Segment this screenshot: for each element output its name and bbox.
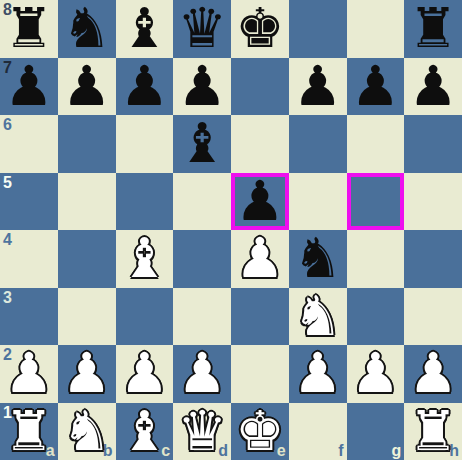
piece-black-rook[interactable]: ♜ xyxy=(4,0,53,57)
piece-black-pawn[interactable]: ♟ xyxy=(351,58,400,115)
square-h8[interactable]: ♜ xyxy=(404,0,462,58)
square-a1[interactable]: 1a♜ xyxy=(0,403,58,460)
square-h4[interactable] xyxy=(404,230,462,288)
piece-black-knight[interactable]: ♞ xyxy=(293,230,342,287)
piece-white-queen[interactable]: ♛ xyxy=(177,403,226,460)
square-e5[interactable]: ♟ xyxy=(231,173,289,231)
piece-white-pawn[interactable]: ♟ xyxy=(120,345,169,402)
piece-black-knight[interactable]: ♞ xyxy=(62,0,111,57)
square-e3[interactable] xyxy=(231,288,289,346)
chess-board: 8♜♞♝♛♚♜7♟♟♟♟♟♟♟6♝5♟4♝♟♞3♞2♟♟♟♟♟♟♟1a♜b♞c♝… xyxy=(0,0,462,460)
square-g4[interactable] xyxy=(347,230,405,288)
file-label-f: f xyxy=(338,443,343,459)
square-c2[interactable]: ♟ xyxy=(116,345,174,403)
square-f2[interactable]: ♟ xyxy=(289,345,347,403)
piece-black-pawn[interactable]: ♟ xyxy=(293,58,342,115)
rank-label-4: 4 xyxy=(3,232,12,248)
piece-black-pawn[interactable]: ♟ xyxy=(120,58,169,115)
square-d5[interactable] xyxy=(173,173,231,231)
square-g8[interactable] xyxy=(347,0,405,58)
square-h2[interactable]: ♟ xyxy=(404,345,462,403)
square-g2[interactable]: ♟ xyxy=(347,345,405,403)
piece-white-rook[interactable]: ♜ xyxy=(408,403,457,460)
square-f7[interactable]: ♟ xyxy=(289,58,347,116)
square-h5[interactable] xyxy=(404,173,462,231)
piece-black-pawn[interactable]: ♟ xyxy=(235,173,284,230)
square-a8[interactable]: 8♜ xyxy=(0,0,58,58)
square-e4[interactable]: ♟ xyxy=(231,230,289,288)
piece-white-rook[interactable]: ♜ xyxy=(4,403,53,460)
square-e8[interactable]: ♚ xyxy=(231,0,289,58)
square-f3[interactable]: ♞ xyxy=(289,288,347,346)
square-c5[interactable] xyxy=(116,173,174,231)
piece-white-king[interactable]: ♚ xyxy=(235,403,284,460)
rank-label-6: 6 xyxy=(3,117,12,133)
square-c6[interactable] xyxy=(116,115,174,173)
square-c3[interactable] xyxy=(116,288,174,346)
square-e1[interactable]: e♚ xyxy=(231,403,289,460)
square-g1[interactable]: g xyxy=(347,403,405,460)
square-g3[interactable] xyxy=(347,288,405,346)
piece-black-pawn[interactable]: ♟ xyxy=(177,58,226,115)
square-b3[interactable] xyxy=(58,288,116,346)
chessboard-container: 8♜♞♝♛♚♜7♟♟♟♟♟♟♟6♝5♟4♝♟♞3♞2♟♟♟♟♟♟♟1a♜b♞c♝… xyxy=(0,0,462,460)
square-a4[interactable]: 4 xyxy=(0,230,58,288)
square-h6[interactable] xyxy=(404,115,462,173)
square-b8[interactable]: ♞ xyxy=(58,0,116,58)
piece-white-pawn[interactable]: ♟ xyxy=(293,345,342,402)
piece-black-bishop[interactable]: ♝ xyxy=(120,0,169,57)
square-e2[interactable] xyxy=(231,345,289,403)
piece-white-knight[interactable]: ♞ xyxy=(62,403,111,460)
square-d1[interactable]: d♛ xyxy=(173,403,231,460)
piece-white-pawn[interactable]: ♟ xyxy=(62,345,111,402)
square-d8[interactable]: ♛ xyxy=(173,0,231,58)
piece-white-pawn[interactable]: ♟ xyxy=(235,230,284,287)
piece-black-bishop[interactable]: ♝ xyxy=(177,115,226,172)
square-d6[interactable]: ♝ xyxy=(173,115,231,173)
piece-black-pawn[interactable]: ♟ xyxy=(408,58,457,115)
square-b2[interactable]: ♟ xyxy=(58,345,116,403)
rank-label-3: 3 xyxy=(3,290,12,306)
square-b6[interactable] xyxy=(58,115,116,173)
square-a3[interactable]: 3 xyxy=(0,288,58,346)
square-e6[interactable] xyxy=(231,115,289,173)
square-f6[interactable] xyxy=(289,115,347,173)
piece-black-queen[interactable]: ♛ xyxy=(177,0,226,57)
piece-white-bishop[interactable]: ♝ xyxy=(120,230,169,287)
piece-white-bishop[interactable]: ♝ xyxy=(120,403,169,460)
piece-black-pawn[interactable]: ♟ xyxy=(4,58,53,115)
piece-white-knight[interactable]: ♞ xyxy=(293,288,342,345)
square-b5[interactable] xyxy=(58,173,116,231)
square-g5[interactable] xyxy=(347,173,405,231)
square-c1[interactable]: c♝ xyxy=(116,403,174,460)
piece-black-rook[interactable]: ♜ xyxy=(408,0,457,57)
square-g6[interactable] xyxy=(347,115,405,173)
square-f1[interactable]: f xyxy=(289,403,347,460)
square-h1[interactable]: h♜ xyxy=(404,403,462,460)
square-a6[interactable]: 6 xyxy=(0,115,58,173)
piece-white-pawn[interactable]: ♟ xyxy=(351,345,400,402)
square-f5[interactable] xyxy=(289,173,347,231)
square-d7[interactable]: ♟ xyxy=(173,58,231,116)
square-a7[interactable]: 7♟ xyxy=(0,58,58,116)
square-a2[interactable]: 2♟ xyxy=(0,345,58,403)
square-d4[interactable] xyxy=(173,230,231,288)
square-e7[interactable] xyxy=(231,58,289,116)
piece-white-pawn[interactable]: ♟ xyxy=(177,345,226,402)
piece-black-king[interactable]: ♚ xyxy=(235,0,284,57)
square-b7[interactable]: ♟ xyxy=(58,58,116,116)
square-c7[interactable]: ♟ xyxy=(116,58,174,116)
square-f8[interactable] xyxy=(289,0,347,58)
piece-black-pawn[interactable]: ♟ xyxy=(62,58,111,115)
square-h7[interactable]: ♟ xyxy=(404,58,462,116)
square-b1[interactable]: b♞ xyxy=(58,403,116,460)
square-c4[interactable]: ♝ xyxy=(116,230,174,288)
square-d2[interactable]: ♟ xyxy=(173,345,231,403)
square-h3[interactable] xyxy=(404,288,462,346)
piece-white-pawn[interactable]: ♟ xyxy=(4,345,53,402)
piece-white-pawn[interactable]: ♟ xyxy=(408,345,457,402)
file-label-g: g xyxy=(391,443,401,459)
square-c8[interactable]: ♝ xyxy=(116,0,174,58)
rank-label-5: 5 xyxy=(3,175,12,191)
square-f4[interactable]: ♞ xyxy=(289,230,347,288)
square-d3[interactable] xyxy=(173,288,231,346)
square-a5[interactable]: 5 xyxy=(0,173,58,231)
square-g7[interactable]: ♟ xyxy=(347,58,405,116)
square-b4[interactable] xyxy=(58,230,116,288)
